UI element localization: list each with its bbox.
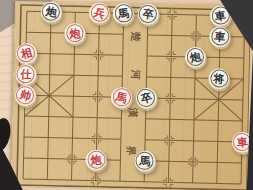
red-soldier[interactable]: 兵 xyxy=(89,2,110,23)
black-cannon-2[interactable]: 炮 xyxy=(185,46,206,67)
black-soldier-1[interactable]: 卒 xyxy=(137,3,158,24)
xiangqi-board: 楚 河 漢 界 相仕帅炮兵炮馬車炮馬卒車車炮将卒馬 xyxy=(11,1,251,190)
piece-character: 炮 xyxy=(90,154,102,166)
piece-character: 車 xyxy=(236,136,248,148)
piece-character: 馬 xyxy=(139,155,151,167)
black-chariot-1[interactable]: 車 xyxy=(210,5,231,26)
photo-frame: 楚 河 漢 界 相仕帅炮兵炮馬車炮馬卒車車炮将卒馬 xyxy=(0,0,253,190)
piece-character: 炮 xyxy=(45,5,58,18)
black-soldier-2[interactable]: 卒 xyxy=(135,87,156,108)
red-general[interactable]: 帅 xyxy=(14,84,35,105)
black-chariot-2[interactable]: 車 xyxy=(209,26,230,47)
red-advisor[interactable]: 仕 xyxy=(15,63,36,84)
piece-character: 車 xyxy=(214,30,226,42)
black-general[interactable]: 将 xyxy=(208,68,229,89)
piece-character: 仕 xyxy=(20,69,31,80)
river-character: 河 xyxy=(128,67,142,81)
red-cannon-1[interactable]: 炮 xyxy=(64,23,85,44)
black-horse-2[interactable]: 馬 xyxy=(134,150,155,171)
piece-character: 炮 xyxy=(69,28,80,39)
red-cannon-2[interactable]: 炮 xyxy=(85,149,106,170)
black-cannon-1[interactable]: 炮 xyxy=(40,1,61,22)
piece-character: 将 xyxy=(213,73,225,85)
piece-character: 帅 xyxy=(18,88,32,102)
piece-character: 相 xyxy=(19,46,33,60)
piece-character: 卒 xyxy=(139,91,152,104)
piece-character: 馬 xyxy=(118,7,130,19)
piece-character: 車 xyxy=(214,9,227,22)
river-character: 楚 xyxy=(128,29,142,43)
piece-character: 卒 xyxy=(142,8,155,21)
red-elephant[interactable]: 相 xyxy=(15,42,36,63)
red-chariot[interactable]: 車 xyxy=(231,131,252,152)
river-character: 漢 xyxy=(125,105,139,119)
piece-character: 炮 xyxy=(189,50,202,63)
